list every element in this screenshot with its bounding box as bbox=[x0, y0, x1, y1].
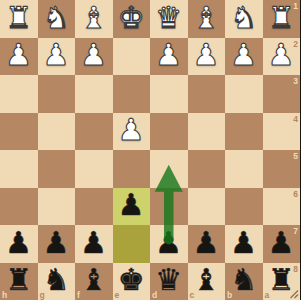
square-b6[interactable] bbox=[225, 188, 263, 226]
square-f2[interactable]: ♟ bbox=[75, 38, 113, 76]
black-pawn[interactable]: ♟ bbox=[230, 228, 257, 258]
rank-label-6: 6 bbox=[293, 189, 298, 199]
rank-label-4: 4 bbox=[293, 114, 298, 124]
square-b4[interactable] bbox=[225, 113, 263, 151]
white-pawn[interactable]: ♟ bbox=[193, 40, 220, 70]
square-b2[interactable]: ♟ bbox=[225, 38, 263, 76]
black-bishop[interactable]: ♝ bbox=[80, 265, 107, 295]
white-pawn[interactable]: ♟ bbox=[155, 40, 182, 70]
square-h2[interactable]: ♟ bbox=[0, 38, 38, 76]
rank-label-3: 3 bbox=[293, 76, 298, 86]
square-a1[interactable]: ♜1 bbox=[263, 0, 301, 38]
square-g1[interactable]: ♞ bbox=[38, 0, 76, 38]
square-a3[interactable]: 3 bbox=[263, 75, 301, 113]
square-d5[interactable] bbox=[150, 150, 188, 188]
square-a4[interactable]: 4 bbox=[263, 113, 301, 151]
square-e4[interactable]: ♟ bbox=[113, 113, 151, 151]
black-bishop[interactable]: ♝ bbox=[193, 265, 220, 295]
square-c3[interactable] bbox=[188, 75, 226, 113]
square-h6[interactable] bbox=[0, 188, 38, 226]
square-h3[interactable] bbox=[0, 75, 38, 113]
square-f4[interactable] bbox=[75, 113, 113, 151]
square-d3[interactable] bbox=[150, 75, 188, 113]
square-f1[interactable]: ♝ bbox=[75, 0, 113, 38]
square-c6[interactable] bbox=[188, 188, 226, 226]
chess-board: ♜♞♝♚♛♝♞♜1♟♟♟♟♟♟♟23♟45♟6♟♟♟♟♟♟♟7♜h♞g♝f♚e♛… bbox=[0, 0, 300, 300]
square-b8[interactable]: ♞b bbox=[225, 263, 263, 300]
rank-label-5: 5 bbox=[293, 151, 298, 161]
square-d8[interactable]: ♛d bbox=[150, 263, 188, 300]
board-resize-handle-icon[interactable] bbox=[289, 289, 299, 299]
square-c7[interactable]: ♟ bbox=[188, 225, 226, 263]
white-king[interactable]: ♚ bbox=[118, 3, 145, 33]
square-g3[interactable] bbox=[38, 75, 76, 113]
black-pawn[interactable]: ♟ bbox=[118, 190, 145, 220]
white-queen[interactable]: ♛ bbox=[155, 3, 182, 33]
square-e3[interactable] bbox=[113, 75, 151, 113]
white-bishop[interactable]: ♝ bbox=[193, 3, 220, 33]
square-b1[interactable]: ♞ bbox=[225, 0, 263, 38]
square-h4[interactable] bbox=[0, 113, 38, 151]
white-pawn[interactable]: ♟ bbox=[118, 115, 145, 145]
black-pawn[interactable]: ♟ bbox=[5, 228, 32, 258]
square-h5[interactable] bbox=[0, 150, 38, 188]
square-f6[interactable] bbox=[75, 188, 113, 226]
square-c5[interactable] bbox=[188, 150, 226, 188]
black-knight[interactable]: ♞ bbox=[43, 265, 70, 295]
square-e7[interactable] bbox=[113, 225, 151, 263]
square-g7[interactable]: ♟ bbox=[38, 225, 76, 263]
white-bishop[interactable]: ♝ bbox=[80, 3, 107, 33]
square-h8[interactable]: ♜h bbox=[0, 263, 38, 300]
white-rook[interactable]: ♜ bbox=[268, 3, 295, 33]
square-a7[interactable]: ♟7 bbox=[263, 225, 301, 263]
square-g6[interactable] bbox=[38, 188, 76, 226]
square-c2[interactable]: ♟ bbox=[188, 38, 226, 76]
white-pawn[interactable]: ♟ bbox=[43, 40, 70, 70]
white-knight[interactable]: ♞ bbox=[230, 3, 257, 33]
square-d4[interactable] bbox=[150, 113, 188, 151]
square-b3[interactable] bbox=[225, 75, 263, 113]
black-pawn[interactable]: ♟ bbox=[268, 228, 295, 258]
square-h1[interactable]: ♜ bbox=[0, 0, 38, 38]
black-rook[interactable]: ♜ bbox=[5, 265, 32, 295]
black-pawn[interactable]: ♟ bbox=[193, 228, 220, 258]
square-c1[interactable]: ♝ bbox=[188, 0, 226, 38]
square-a5[interactable]: 5 bbox=[263, 150, 301, 188]
square-b5[interactable] bbox=[225, 150, 263, 188]
white-pawn[interactable]: ♟ bbox=[5, 40, 32, 70]
square-g2[interactable]: ♟ bbox=[38, 38, 76, 76]
square-e5[interactable] bbox=[113, 150, 151, 188]
square-e2[interactable] bbox=[113, 38, 151, 76]
white-rook[interactable]: ♜ bbox=[5, 3, 32, 33]
square-e1[interactable]: ♚ bbox=[113, 0, 151, 38]
square-f5[interactable] bbox=[75, 150, 113, 188]
square-f7[interactable]: ♟ bbox=[75, 225, 113, 263]
square-g8[interactable]: ♞g bbox=[38, 263, 76, 300]
square-e8[interactable]: ♚e bbox=[113, 263, 151, 300]
square-h7[interactable]: ♟ bbox=[0, 225, 38, 263]
black-pawn[interactable]: ♟ bbox=[43, 228, 70, 258]
square-d1[interactable]: ♛ bbox=[150, 0, 188, 38]
black-king[interactable]: ♚ bbox=[118, 265, 145, 295]
black-knight[interactable]: ♞ bbox=[230, 265, 257, 295]
square-a2[interactable]: ♟2 bbox=[263, 38, 301, 76]
white-pawn[interactable]: ♟ bbox=[268, 40, 295, 70]
black-pawn[interactable]: ♟ bbox=[80, 228, 107, 258]
square-f3[interactable] bbox=[75, 75, 113, 113]
square-b7[interactable]: ♟ bbox=[225, 225, 263, 263]
square-g4[interactable] bbox=[38, 113, 76, 151]
square-a6[interactable]: 6 bbox=[263, 188, 301, 226]
white-knight[interactable]: ♞ bbox=[43, 3, 70, 33]
square-d7[interactable]: ♟ bbox=[150, 225, 188, 263]
square-e6[interactable]: ♟ bbox=[113, 188, 151, 226]
square-g5[interactable] bbox=[38, 150, 76, 188]
white-pawn[interactable]: ♟ bbox=[230, 40, 257, 70]
white-pawn[interactable]: ♟ bbox=[80, 40, 107, 70]
square-f8[interactable]: ♝f bbox=[75, 263, 113, 300]
square-d6[interactable] bbox=[150, 188, 188, 226]
black-pawn[interactable]: ♟ bbox=[155, 228, 182, 258]
square-d2[interactable]: ♟ bbox=[150, 38, 188, 76]
black-queen[interactable]: ♛ bbox=[155, 265, 182, 295]
square-c8[interactable]: ♝c bbox=[188, 263, 226, 300]
square-c4[interactable] bbox=[188, 113, 226, 151]
